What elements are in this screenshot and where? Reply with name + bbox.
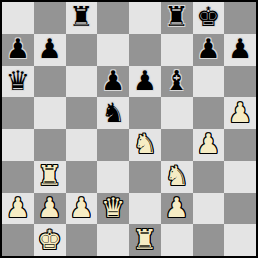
square-d7[interactable] [97, 34, 129, 66]
square-f8[interactable]: ♜ [161, 2, 193, 34]
square-h3[interactable] [224, 161, 256, 193]
square-h1[interactable] [224, 224, 256, 256]
white-knight: ♞ [165, 162, 189, 189]
square-e7[interactable] [129, 34, 161, 66]
white-pawn: ♟ [228, 99, 252, 126]
white-knight: ♞ [133, 130, 157, 157]
square-b7[interactable]: ♟ [34, 34, 66, 66]
square-a5[interactable] [2, 97, 34, 129]
square-c7[interactable] [66, 34, 98, 66]
square-g5[interactable] [193, 97, 225, 129]
square-f1[interactable] [161, 224, 193, 256]
white-pawn: ♟ [38, 194, 62, 221]
square-a7[interactable]: ♟ [2, 34, 34, 66]
square-e8[interactable] [129, 2, 161, 34]
square-c8[interactable]: ♜ [66, 2, 98, 34]
square-d5[interactable]: ♞ [97, 97, 129, 129]
square-c2[interactable]: ♟ [66, 193, 98, 225]
square-h7[interactable]: ♟ [224, 34, 256, 66]
square-h5[interactable]: ♟ [224, 97, 256, 129]
square-g4[interactable]: ♟ [193, 129, 225, 161]
chess-board: ♜♜♚♟♟♟♟♛♟♟♝♞♟♞♟♜♞♟♟♟♛♟♚♜ [0, 0, 258, 258]
square-f2[interactable]: ♟ [161, 193, 193, 225]
square-g3[interactable] [193, 161, 225, 193]
white-queen: ♛ [101, 194, 125, 221]
square-c1[interactable] [66, 224, 98, 256]
square-f3[interactable]: ♞ [161, 161, 193, 193]
square-b1[interactable]: ♚ [34, 224, 66, 256]
black-pawn: ♟ [38, 35, 62, 62]
square-e1[interactable]: ♜ [129, 224, 161, 256]
black-rook: ♜ [165, 3, 189, 30]
square-g6[interactable] [193, 66, 225, 98]
square-f4[interactable] [161, 129, 193, 161]
square-b5[interactable] [34, 97, 66, 129]
square-c5[interactable] [66, 97, 98, 129]
black-pawn: ♟ [228, 35, 252, 62]
square-d3[interactable] [97, 161, 129, 193]
square-e6[interactable]: ♟ [129, 66, 161, 98]
square-g1[interactable] [193, 224, 225, 256]
black-rook: ♜ [69, 3, 93, 30]
square-h4[interactable] [224, 129, 256, 161]
black-pawn: ♟ [101, 67, 125, 94]
square-e2[interactable] [129, 193, 161, 225]
black-pawn: ♟ [6, 35, 30, 62]
square-a6[interactable]: ♛ [2, 66, 34, 98]
black-king: ♚ [196, 3, 220, 30]
black-knight: ♞ [101, 99, 125, 126]
square-a1[interactable] [2, 224, 34, 256]
square-g8[interactable]: ♚ [193, 2, 225, 34]
black-pawn: ♟ [133, 67, 157, 94]
square-e5[interactable] [129, 97, 161, 129]
square-h2[interactable] [224, 193, 256, 225]
square-c6[interactable] [66, 66, 98, 98]
black-bishop: ♝ [165, 67, 189, 94]
square-d8[interactable] [97, 2, 129, 34]
square-b8[interactable] [34, 2, 66, 34]
white-rook: ♜ [133, 226, 157, 253]
square-h8[interactable] [224, 2, 256, 34]
square-g7[interactable]: ♟ [193, 34, 225, 66]
square-a3[interactable] [2, 161, 34, 193]
square-a2[interactable]: ♟ [2, 193, 34, 225]
white-pawn: ♟ [196, 130, 220, 157]
square-c3[interactable] [66, 161, 98, 193]
black-pawn: ♟ [196, 35, 220, 62]
square-e4[interactable]: ♞ [129, 129, 161, 161]
square-d4[interactable] [97, 129, 129, 161]
square-d1[interactable] [97, 224, 129, 256]
white-pawn: ♟ [6, 194, 30, 221]
square-d2[interactable]: ♛ [97, 193, 129, 225]
square-f5[interactable] [161, 97, 193, 129]
white-rook: ♜ [38, 162, 62, 189]
square-g2[interactable] [193, 193, 225, 225]
square-b3[interactable]: ♜ [34, 161, 66, 193]
square-b6[interactable] [34, 66, 66, 98]
white-king: ♚ [38, 226, 62, 253]
square-d6[interactable]: ♟ [97, 66, 129, 98]
square-c4[interactable] [66, 129, 98, 161]
square-a8[interactable] [2, 2, 34, 34]
square-b4[interactable] [34, 129, 66, 161]
square-f6[interactable]: ♝ [161, 66, 193, 98]
square-a4[interactable] [2, 129, 34, 161]
square-f7[interactable] [161, 34, 193, 66]
square-h6[interactable] [224, 66, 256, 98]
white-pawn: ♟ [69, 194, 93, 221]
white-pawn: ♟ [165, 194, 189, 221]
square-b2[interactable]: ♟ [34, 193, 66, 225]
square-e3[interactable] [129, 161, 161, 193]
black-queen: ♛ [6, 67, 30, 94]
